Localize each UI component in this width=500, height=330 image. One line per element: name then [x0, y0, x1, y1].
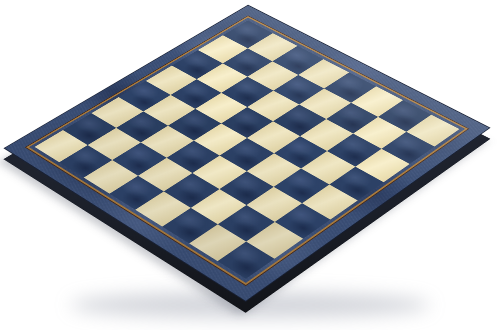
board-frame: [3, 5, 490, 302]
photo-background: [0, 0, 500, 330]
playing-field: [35, 20, 460, 278]
